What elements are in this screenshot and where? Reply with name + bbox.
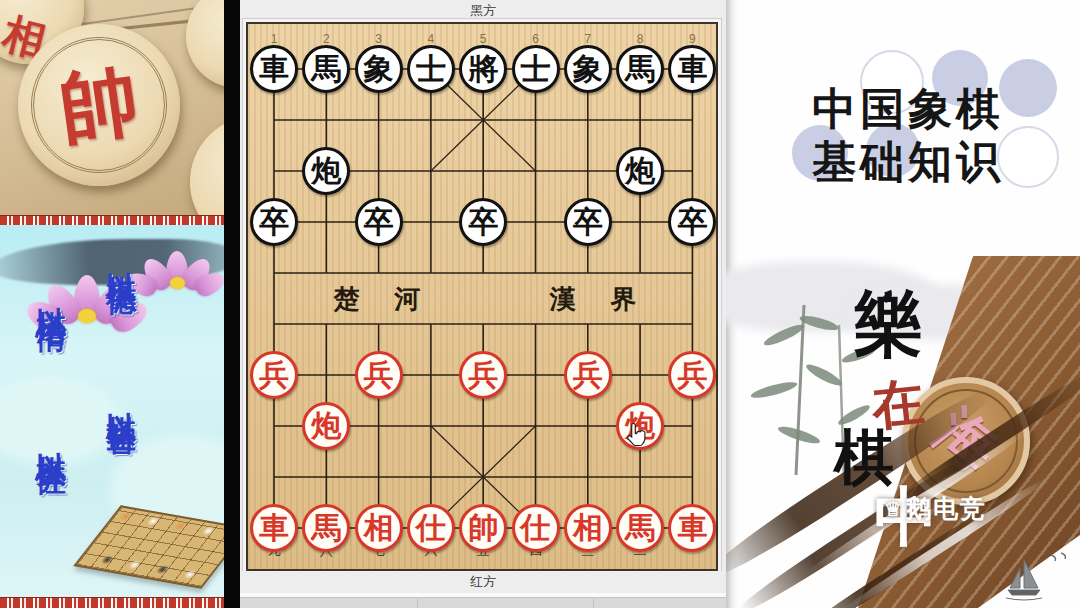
piece-red-相[interactable]: 相 <box>355 504 403 552</box>
piece-red-馬[interactable]: 馬 <box>616 504 664 552</box>
piece-black-炮[interactable]: 炮 <box>302 147 350 195</box>
xiangqi-board[interactable]: 123456789 九八七六五四三二一 楚 河 漢 界 車馬象士將士象馬車炮炮卒… <box>246 22 718 571</box>
piece-black-車[interactable]: 車 <box>250 45 298 93</box>
piece-black-將[interactable]: 將 <box>459 45 507 93</box>
photo-piece-blank <box>186 0 224 88</box>
file-number-top: 1 <box>262 32 286 46</box>
piece-black-卒[interactable]: 卒 <box>355 198 403 246</box>
river-text-left: 楚 河 <box>324 282 444 317</box>
file-number-top: 4 <box>419 32 443 46</box>
slogan-text: 以棋冶情 <box>30 282 71 302</box>
calligraphy-le: 樂 <box>854 278 924 372</box>
file-number-top: 5 <box>471 32 495 46</box>
piece-black-馬[interactable]: 馬 <box>302 45 350 93</box>
panel-divider-bar <box>224 0 240 608</box>
slogan-text: 以棋促德 <box>100 247 141 267</box>
file-number-top: 6 <box>524 32 548 46</box>
xiangqi-piece-photo: 相 帥 <box>0 0 224 215</box>
file-number-top: 3 <box>367 32 391 46</box>
piece-red-車[interactable]: 車 <box>250 504 298 552</box>
watermark-logo: ♕ 鹅电竞 <box>884 492 987 525</box>
photo-piece-char: 帥 <box>8 14 191 197</box>
decor-border-strip <box>0 597 224 608</box>
piece-red-相[interactable]: 相 <box>564 504 612 552</box>
file-number-top: 9 <box>680 32 704 46</box>
file-number-top: 7 <box>576 32 600 46</box>
piece-red-帥[interactable]: 帥 <box>459 504 507 552</box>
red-side-label: 红方 <box>470 573 496 591</box>
black-side-label-strip: 黑方 <box>240 0 726 22</box>
river-text-right: 漢 界 <box>540 282 660 317</box>
photo-piece-general: 帥 <box>18 24 180 186</box>
piece-red-仕[interactable]: 仕 <box>407 504 455 552</box>
piece-black-士[interactable]: 士 <box>512 45 560 93</box>
piece-black-象[interactable]: 象 <box>355 45 403 93</box>
slogan-panel: 以棋促德 以棋益智 以棋冶情 以棋养性 <box>0 225 224 597</box>
bottom-toolbar-edge[interactable] <box>240 597 726 608</box>
piece-red-兵[interactable]: 兵 <box>564 351 612 399</box>
piece-black-炮[interactable]: 炮 <box>616 147 664 195</box>
toolbar-separator <box>417 599 418 608</box>
sailboat-sketch <box>1006 550 1076 605</box>
left-decor-panel: 相 帥 <box>0 0 224 608</box>
piece-black-馬[interactable]: 馬 <box>616 45 664 93</box>
piece-red-兵[interactable]: 兵 <box>250 351 298 399</box>
screenshot-root: 相 帥 <box>0 0 1080 608</box>
piece-red-馬[interactable]: 馬 <box>302 504 350 552</box>
slide-title-line2: 基础知识 <box>776 133 1040 192</box>
toolbar-separator <box>593 599 594 608</box>
black-side-label: 黑方 <box>470 2 496 20</box>
lotus-flower <box>138 251 222 307</box>
piece-black-士[interactable]: 士 <box>407 45 455 93</box>
slogan-text: 以棋益智 <box>100 387 141 407</box>
xiangqi-app-panel: 黑方 123456789 九八七六五四三二一 楚 河 漢 界 車馬象士將士象馬車… <box>240 0 726 608</box>
piece-red-兵[interactable]: 兵 <box>459 351 507 399</box>
piece-red-兵[interactable]: 兵 <box>355 351 403 399</box>
piece-black-卒[interactable]: 卒 <box>459 198 507 246</box>
slide-panel: 中国象棋 基础知识 海 樂 <box>726 0 1080 608</box>
watermark-text: 鹅电竞 <box>906 492 987 525</box>
crown-icon: ♕ <box>884 499 904 519</box>
file-number-top: 8 <box>628 32 652 46</box>
red-side-label-strip: 红方 <box>240 571 726 593</box>
photo-piece-blank <box>190 116 224 215</box>
slogan-text: 以棋养性 <box>30 427 71 447</box>
piece-black-卒[interactable]: 卒 <box>250 198 298 246</box>
file-number-top: 2 <box>314 32 338 46</box>
slide-title-line1: 中国象棋 <box>776 80 1040 139</box>
piece-black-卒[interactable]: 卒 <box>564 198 612 246</box>
piece-red-仕[interactable]: 仕 <box>512 504 560 552</box>
piece-red-炮[interactable]: 炮 <box>302 402 350 450</box>
piece-black-象[interactable]: 象 <box>564 45 612 93</box>
